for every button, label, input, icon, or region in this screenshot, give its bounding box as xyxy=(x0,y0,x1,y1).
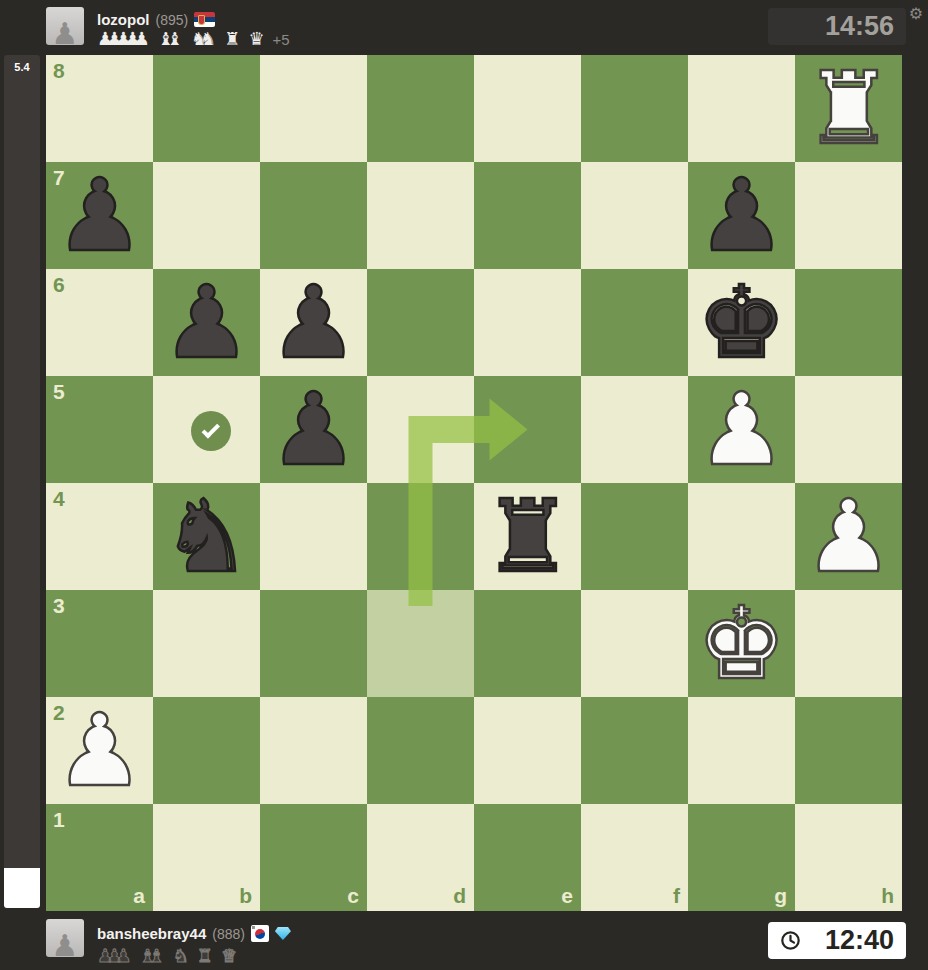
rank-label-8: 8 xyxy=(53,60,65,81)
square-b3[interactable] xyxy=(153,590,260,697)
file-label-b: b xyxy=(239,885,252,906)
file-label-h: h xyxy=(881,885,894,906)
checkmark-icon xyxy=(191,411,231,451)
captured-queen-x1: ♛ xyxy=(248,30,264,48)
file-label-g: g xyxy=(774,885,787,906)
square-e6[interactable] xyxy=(474,269,581,376)
square-e7[interactable] xyxy=(474,162,581,269)
captured-pawn-x5: ♟♟♟♟♟ xyxy=(97,30,150,48)
chess-board[interactable]: 8♜7♟♟6♟♟♚5♟♟4♞♜♟3♚2♟1abcdefgh xyxy=(46,55,902,911)
square-b7[interactable] xyxy=(153,162,260,269)
rank-label-4: 4 xyxy=(53,488,65,509)
captured-rook-x1: ♜ xyxy=(224,30,240,48)
file-label-a: a xyxy=(133,885,145,906)
square-b4[interactable]: ♞ xyxy=(153,483,260,590)
captured-bishop-x2: ♝♝ xyxy=(158,30,183,48)
serbia-flag-icon xyxy=(194,12,215,27)
black-pawn-b6[interactable]: ♟ xyxy=(162,269,252,376)
square-f7[interactable] xyxy=(581,162,688,269)
top-clock-time: 14:56 xyxy=(825,11,894,42)
white-pawn-h4[interactable]: ♟ xyxy=(804,483,894,590)
square-f2[interactable] xyxy=(581,697,688,804)
file-label-e: e xyxy=(561,885,573,906)
bottom-player-name[interactable]: bansheebray44 xyxy=(97,925,206,942)
evaluation-bar: 5.4 xyxy=(4,55,40,908)
evaluation-bar-white-portion xyxy=(4,868,40,908)
square-d1[interactable]: d xyxy=(367,804,474,911)
bottom-player-bar: ♟ bansheebray44 (888) ♟♟♟♝♝♞♜♛ 12:40 xyxy=(0,912,928,970)
black-knight-b4[interactable]: ♞ xyxy=(162,483,252,590)
top-player-clock: 14:56 xyxy=(768,8,906,45)
square-h2[interactable] xyxy=(795,697,902,804)
black-pawn-g7[interactable]: ♟ xyxy=(697,162,787,269)
gear-icon[interactable]: ⚙ xyxy=(909,6,923,22)
white-rook-h8[interactable]: ♜ xyxy=(804,55,894,162)
square-g3[interactable]: ♚ xyxy=(688,590,795,697)
square-f4[interactable] xyxy=(581,483,688,590)
square-h5[interactable] xyxy=(795,376,902,483)
square-c2[interactable] xyxy=(260,697,367,804)
square-e1[interactable]: e xyxy=(474,804,581,911)
square-g5[interactable]: ♟ xyxy=(688,376,795,483)
square-b6[interactable]: ♟ xyxy=(153,269,260,376)
captured-rook-x1: ♜ xyxy=(197,947,213,965)
square-h7[interactable] xyxy=(795,162,902,269)
material-advantage: +5 xyxy=(273,31,290,48)
white-pawn-a2[interactable]: ♟ xyxy=(55,697,145,804)
square-e8[interactable] xyxy=(474,55,581,162)
square-b2[interactable] xyxy=(153,697,260,804)
square-h6[interactable] xyxy=(795,269,902,376)
avatar-pawn-icon: ♟ xyxy=(52,931,79,957)
square-d2[interactable] xyxy=(367,697,474,804)
avatar-pawn-icon: ♟ xyxy=(52,19,79,45)
square-g8[interactable] xyxy=(688,55,795,162)
square-a3[interactable]: 3 xyxy=(46,590,153,697)
square-f1[interactable]: f xyxy=(581,804,688,911)
bottom-player-avatar[interactable]: ♟ xyxy=(46,919,84,957)
square-g6[interactable]: ♚ xyxy=(688,269,795,376)
square-c8[interactable] xyxy=(260,55,367,162)
square-d8[interactable] xyxy=(367,55,474,162)
black-pawn-c6[interactable]: ♟ xyxy=(269,269,359,376)
bottom-player-rating: (888) xyxy=(212,926,245,942)
top-captured-pieces: ♟♟♟♟♟♝♝♞♞♜♛ +5 xyxy=(97,30,290,48)
square-c6[interactable]: ♟ xyxy=(260,269,367,376)
bottom-clock-time: 12:40 xyxy=(825,925,894,956)
square-d7[interactable] xyxy=(367,162,474,269)
square-c4[interactable] xyxy=(260,483,367,590)
square-c3[interactable] xyxy=(260,590,367,697)
square-a1[interactable]: 1a xyxy=(46,804,153,911)
square-a5[interactable]: 5 xyxy=(46,376,153,483)
black-pawn-a7[interactable]: ♟ xyxy=(55,162,145,269)
black-king-g6[interactable]: ♚ xyxy=(697,269,787,376)
captured-knight-x1: ♞ xyxy=(173,947,189,965)
square-c1[interactable]: c xyxy=(260,804,367,911)
square-d5[interactable] xyxy=(367,376,474,483)
square-f8[interactable] xyxy=(581,55,688,162)
captured-pawn-x3: ♟♟♟ xyxy=(97,947,131,965)
square-g7[interactable]: ♟ xyxy=(688,162,795,269)
black-rook-e4[interactable]: ♜ xyxy=(483,483,573,590)
file-label-f: f xyxy=(673,885,680,906)
rank-label-3: 3 xyxy=(53,595,65,616)
square-f3[interactable] xyxy=(581,590,688,697)
square-e5[interactable] xyxy=(474,376,581,483)
square-a7[interactable]: 7♟ xyxy=(46,162,153,269)
square-c7[interactable] xyxy=(260,162,367,269)
diamond-premium-icon[interactable] xyxy=(275,927,291,940)
square-b8[interactable] xyxy=(153,55,260,162)
square-a6[interactable]: 6 xyxy=(46,269,153,376)
square-e4[interactable]: ♜ xyxy=(474,483,581,590)
black-pawn-c5[interactable]: ♟ xyxy=(269,376,359,483)
white-pawn-g5[interactable]: ♟ xyxy=(697,376,787,483)
square-a8[interactable]: 8 xyxy=(46,55,153,162)
top-player-avatar[interactable]: ♟ xyxy=(46,7,84,45)
clock-icon xyxy=(780,930,801,951)
square-a4[interactable]: 4 xyxy=(46,483,153,590)
square-g1[interactable]: g xyxy=(688,804,795,911)
square-g2[interactable] xyxy=(688,697,795,804)
square-d4[interactable] xyxy=(367,483,474,590)
white-king-g3[interactable]: ♚ xyxy=(697,590,787,697)
square-h1[interactable]: h xyxy=(795,804,902,911)
square-f5[interactable] xyxy=(581,376,688,483)
rank-label-1: 1 xyxy=(53,809,65,830)
square-h4[interactable]: ♟ xyxy=(795,483,902,590)
top-player-rating: (895) xyxy=(156,12,189,28)
square-b1[interactable]: b xyxy=(153,804,260,911)
square-h8[interactable]: ♜ xyxy=(795,55,902,162)
square-e3[interactable] xyxy=(474,590,581,697)
square-d3[interactable] xyxy=(367,590,474,697)
rank-label-6: 6 xyxy=(53,274,65,295)
file-label-d: d xyxy=(453,885,466,906)
bottom-captured-pieces: ♟♟♟♝♝♞♜♛ xyxy=(97,947,237,965)
captured-knight-x2: ♞♞ xyxy=(191,30,216,48)
top-player-name[interactable]: lozopol xyxy=(97,11,150,28)
square-f6[interactable] xyxy=(581,269,688,376)
square-d6[interactable] xyxy=(367,269,474,376)
square-g4[interactable] xyxy=(688,483,795,590)
square-a2[interactable]: 2♟ xyxy=(46,697,153,804)
captured-queen-x1: ♛ xyxy=(221,947,237,965)
top-player-bar: ♟ lozopol (895) ♟♟♟♟♟♝♝♞♞♜♛ +5 14:56 ⚙ xyxy=(0,0,928,52)
captured-bishop-x2: ♝♝ xyxy=(139,947,164,965)
file-label-c: c xyxy=(347,885,359,906)
rank-label-5: 5 xyxy=(53,381,65,402)
evaluation-score: 5.4 xyxy=(4,61,40,73)
bottom-player-clock: 12:40 xyxy=(768,922,906,959)
square-h3[interactable] xyxy=(795,590,902,697)
square-e2[interactable] xyxy=(474,697,581,804)
square-c5[interactable]: ♟ xyxy=(260,376,367,483)
south-korea-flag-icon xyxy=(251,925,269,942)
